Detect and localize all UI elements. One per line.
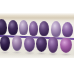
amethyst-bead-bright-orchid (60, 38, 72, 54)
amethyst-bead-medium-purple (29, 21, 39, 36)
bead-reflection-shadow (60, 53, 72, 57)
amethyst-bead-light-lavender (19, 20, 29, 35)
amethyst-bead-dark-purple (39, 21, 49, 36)
amethyst-bead-pale-lavender (51, 21, 61, 37)
bead-reflection-shadow (24, 51, 35, 55)
amethyst-bead-dark-violet (36, 37, 47, 52)
amethyst-bead-medium-purple (48, 37, 59, 53)
bead-reflection-shadow (36, 52, 47, 56)
bead-reflection-shadow (48, 52, 59, 56)
amethyst-bead-medium-purple (62, 22, 73, 37)
amethyst-bead-dark-violet (8, 20, 18, 35)
bead-reflection-shadow (0, 51, 10, 55)
bead-strand-thumbnail[interactable] (0, 0, 74, 74)
bead-reflection-shadow (12, 51, 22, 55)
amethyst-bead-medium-purple (24, 37, 35, 52)
